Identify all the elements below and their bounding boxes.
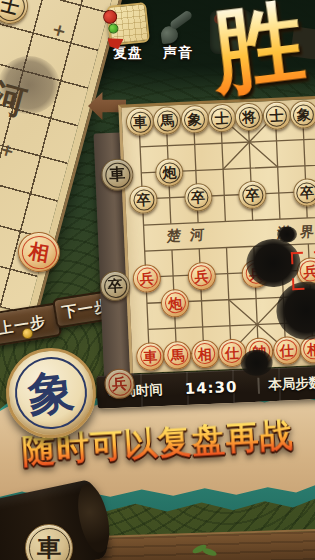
sound-label: 声音 bbox=[163, 44, 193, 62]
replay-icon bbox=[106, 2, 150, 46]
board-piece-兵[interactable]: 兵 bbox=[187, 261, 216, 290]
selection-highlight bbox=[291, 250, 315, 289]
victory-badge: 胜 bbox=[191, 0, 315, 117]
status-divider bbox=[257, 377, 260, 393]
replay-button[interactable]: 复盘 bbox=[108, 4, 148, 62]
bead-icon bbox=[108, 23, 119, 34]
steps-label: 本局步数 bbox=[268, 374, 315, 394]
board-piece-仕[interactable]: 仕 bbox=[272, 336, 301, 365]
sound-button[interactable]: 声音 bbox=[158, 10, 198, 62]
main-board-card: 楚河 漢界 車馬象士将士象馬車炮炮卒卒卒卒卒兵兵兵兵兵炮炮車馬相仕帥仕相馬車 本… bbox=[86, 81, 315, 428]
plank-stud bbox=[22, 328, 33, 339]
time-value: 14:30 bbox=[184, 377, 237, 397]
river-label-left: 楚河 bbox=[167, 226, 214, 246]
stamp-char: 象 bbox=[26, 368, 77, 419]
board-surface[interactable]: 楚河 漢界 車馬象士将士象馬車炮炮卒卒卒卒卒兵兵兵兵兵炮炮車馬相仕帥仕相馬車 bbox=[118, 94, 315, 374]
knot-ornament-icon bbox=[102, 9, 117, 24]
xiangqi-replay-screen: { "game": "xiangqi", "screen": "victory-… bbox=[0, 0, 315, 560]
